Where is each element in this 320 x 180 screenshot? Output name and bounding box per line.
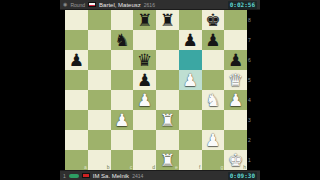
piece-black-pawn: ♟ — [183, 30, 198, 50]
poland-flag-icon — [88, 2, 96, 7]
bottom-player-clock: 0:09:30 — [228, 172, 257, 180]
square-a2[interactable] — [65, 130, 88, 150]
square-d2[interactable] — [133, 130, 156, 150]
bottom-player-bar: 1 IM Sa. Melnik 2414 0:09:30 — [60, 170, 260, 180]
square-c3[interactable]: ♟ — [111, 110, 134, 130]
video-frame: ◉ Round Bartel, Mateusz 2616 0:02:56 ♜♜♚… — [0, 0, 320, 180]
top-player-rating: 2616 — [144, 2, 155, 8]
square-e8[interactable]: ♜ — [156, 10, 179, 30]
square-f3[interactable] — [179, 110, 202, 130]
square-h3[interactable] — [224, 110, 247, 130]
square-d6[interactable]: ♛ — [133, 50, 156, 70]
square-a4[interactable] — [65, 90, 88, 110]
square-c4[interactable] — [111, 90, 134, 110]
square-a3[interactable] — [65, 110, 88, 130]
square-a5[interactable] — [65, 70, 88, 90]
square-c6[interactable] — [111, 50, 134, 70]
piece-black-pawn: ♟ — [69, 50, 84, 70]
rank-label-2: 2 — [248, 130, 259, 150]
square-g3[interactable] — [202, 110, 225, 130]
piece-white-pawn: ♟ — [205, 130, 220, 150]
piece-black-pawn: ♟ — [137, 70, 152, 90]
file-label-g: g — [202, 164, 225, 170]
square-g6[interactable] — [202, 50, 225, 70]
square-h4[interactable]: ♟ — [224, 90, 247, 110]
file-label-d: d — [133, 164, 156, 170]
square-b7[interactable] — [88, 30, 111, 50]
square-d4[interactable]: ♟ — [133, 90, 156, 110]
square-a8[interactable] — [65, 10, 88, 30]
square-e3[interactable]: ♜ — [156, 110, 179, 130]
square-g4[interactable]: ♞ — [202, 90, 225, 110]
rank-label-8: 8 — [248, 10, 259, 30]
square-f8[interactable] — [179, 10, 202, 30]
round-label: Round — [70, 2, 85, 8]
square-g2[interactable]: ♟ — [202, 130, 225, 150]
square-b3[interactable] — [88, 110, 111, 130]
piece-black-pawn: ♟ — [205, 30, 220, 50]
square-f2[interactable] — [179, 130, 202, 150]
square-h5[interactable]: ♛ — [224, 70, 247, 90]
square-h6[interactable]: ♟ — [224, 50, 247, 70]
piece-white-pawn: ♟ — [228, 90, 243, 110]
square-f6[interactable] — [179, 50, 202, 70]
file-coordinates: abcdefgh — [65, 164, 247, 170]
square-b5[interactable] — [88, 70, 111, 90]
file-label-c: c — [111, 164, 134, 170]
top-player-bar: ◉ Round Bartel, Mateusz 2616 0:02:56 — [60, 0, 260, 10]
square-a6[interactable]: ♟ — [65, 50, 88, 70]
square-b8[interactable] — [88, 10, 111, 30]
square-g7[interactable]: ♟ — [202, 30, 225, 50]
top-player-clock: 0:02:56 — [228, 1, 257, 9]
top-player-name: Bartel, Mateusz — [99, 2, 141, 8]
bottom-player-rating: 2414 — [132, 173, 143, 179]
broadcast-icon: ◉ — [63, 2, 67, 7]
piece-white-rook: ♜ — [160, 110, 175, 130]
piece-black-rook: ♜ — [160, 10, 175, 30]
square-f4[interactable] — [179, 90, 202, 110]
piece-white-queen: ♛ — [228, 70, 243, 90]
rank-label-1: 1 — [248, 150, 259, 170]
square-b2[interactable] — [88, 130, 111, 150]
square-d8[interactable]: ♜ — [133, 10, 156, 30]
rank-label-6: 6 — [248, 50, 259, 70]
piece-white-pawn: ♟ — [183, 70, 198, 90]
square-c5[interactable] — [111, 70, 134, 90]
square-e5[interactable] — [156, 70, 179, 90]
square-d7[interactable] — [133, 30, 156, 50]
status-pill — [69, 174, 79, 178]
square-e6[interactable] — [156, 50, 179, 70]
square-f5[interactable]: ♟ — [179, 70, 202, 90]
chess-board[interactable]: ♜♜♚♞♟♟♟♛♟♟♟♛♟♞♟♟♜♟♜♚ — [65, 10, 247, 170]
rank-label-5: 5 — [248, 70, 259, 90]
square-b4[interactable] — [88, 90, 111, 110]
rank-label-7: 7 — [248, 30, 259, 50]
square-c7[interactable]: ♞ — [111, 30, 134, 50]
square-e2[interactable] — [156, 130, 179, 150]
board-number: 1 — [63, 173, 66, 179]
file-label-e: e — [156, 164, 179, 170]
square-h2[interactable] — [224, 130, 247, 150]
rank-label-4: 4 — [248, 90, 259, 110]
bottom-player-name: IM Sa. Melnik — [93, 173, 129, 179]
piece-black-rook: ♜ — [137, 10, 152, 30]
piece-black-queen: ♛ — [137, 50, 152, 70]
piece-white-pawn: ♟ — [114, 110, 129, 130]
piece-black-king: ♚ — [205, 10, 220, 30]
rank-label-3: 3 — [248, 110, 259, 130]
piece-white-knight: ♞ — [205, 90, 220, 110]
square-c8[interactable] — [111, 10, 134, 30]
file-label-h: h — [224, 164, 247, 170]
file-label-b: b — [88, 164, 111, 170]
piece-white-pawn: ♟ — [137, 90, 152, 110]
square-c2[interactable] — [111, 130, 134, 150]
square-e7[interactable] — [156, 30, 179, 50]
square-h8[interactable] — [224, 10, 247, 30]
board-area: ♜♜♚♞♟♟♟♛♟♟♟♛♟♞♟♟♜♟♜♚ 87654321 abcdefgh — [60, 10, 260, 170]
square-g5[interactable] — [202, 70, 225, 90]
piece-black-pawn: ♟ — [228, 50, 243, 70]
square-g8[interactable]: ♚ — [202, 10, 225, 30]
square-b6[interactable] — [88, 50, 111, 70]
square-h7[interactable] — [224, 30, 247, 50]
square-e4[interactable] — [156, 90, 179, 110]
rank-coordinates: 87654321 — [248, 10, 259, 170]
broadcast-panel: ◉ Round Bartel, Mateusz 2616 0:02:56 ♜♜♚… — [60, 0, 260, 180]
piece-black-knight: ♞ — [114, 30, 129, 50]
square-d5[interactable]: ♟ — [133, 70, 156, 90]
file-label-f: f — [179, 164, 202, 170]
red-flag-icon — [82, 173, 90, 178]
square-d3[interactable] — [133, 110, 156, 130]
file-label-a: a — [65, 164, 88, 170]
square-f7[interactable]: ♟ — [179, 30, 202, 50]
square-a7[interactable] — [65, 30, 88, 50]
